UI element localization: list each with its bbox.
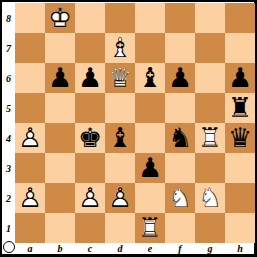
white-bishop[interactable]: ♝♗	[105, 33, 135, 63]
file-label-a: a	[15, 243, 45, 254]
square-a1[interactable]	[15, 213, 45, 243]
square-c3[interactable]	[75, 153, 105, 183]
black-pawn[interactable]: ♟	[225, 63, 255, 93]
square-d8[interactable]	[105, 3, 135, 33]
piece-glyph: ♝	[135, 63, 165, 93]
square-e1[interactable]: ♜♖	[135, 213, 165, 243]
square-b2[interactable]	[45, 183, 75, 213]
square-d7[interactable]: ♝♗	[105, 33, 135, 63]
white-rook[interactable]: ♜♖	[195, 123, 225, 153]
piece-outline: ♖	[135, 213, 165, 243]
square-b7[interactable]	[45, 33, 75, 63]
square-a8[interactable]	[15, 3, 45, 33]
square-e7[interactable]	[135, 33, 165, 63]
square-b8[interactable]: ♚♔	[45, 3, 75, 33]
piece-outline: ♘	[195, 183, 225, 213]
chess-diagram: 87654321 ♚♔♝♗♟♟♛♕♝♟♟♜♟♙♚♝♞♜♖♛♟♟♙♟♙♟♙♞♘♞♘…	[0, 0, 257, 257]
piece-outline: ♕	[105, 63, 135, 93]
black-bishop[interactable]: ♝	[135, 63, 165, 93]
square-g8[interactable]	[195, 3, 225, 33]
rank-labels: 87654321	[2, 3, 15, 243]
square-f4[interactable]: ♞	[165, 123, 195, 153]
square-b6[interactable]: ♟	[45, 63, 75, 93]
file-label-c: c	[75, 243, 105, 254]
white-king[interactable]: ♚♔	[45, 3, 75, 33]
square-f8[interactable]	[165, 3, 195, 33]
square-h8[interactable]	[225, 3, 255, 33]
piece-outline: ♔	[45, 3, 75, 33]
square-d4[interactable]: ♝	[105, 123, 135, 153]
square-c6[interactable]: ♟	[75, 63, 105, 93]
white-knight[interactable]: ♞♘	[195, 183, 225, 213]
square-c2[interactable]: ♟♙	[75, 183, 105, 213]
square-a3[interactable]	[15, 153, 45, 183]
square-d3[interactable]	[105, 153, 135, 183]
rank-label-6: 6	[2, 63, 15, 93]
square-g5[interactable]	[195, 93, 225, 123]
square-c4[interactable]: ♚	[75, 123, 105, 153]
square-g6[interactable]	[195, 63, 225, 93]
square-b5[interactable]	[45, 93, 75, 123]
black-king[interactable]: ♚	[75, 123, 105, 153]
square-h3[interactable]	[225, 153, 255, 183]
rank-label-5: 5	[2, 93, 15, 123]
piece-glyph: ♟	[225, 63, 255, 93]
square-h2[interactable]	[225, 183, 255, 213]
black-pawn[interactable]: ♟	[75, 63, 105, 93]
piece-outline: ♙	[75, 183, 105, 213]
piece-glyph: ♟	[165, 63, 195, 93]
piece-glyph: ♟	[45, 63, 75, 93]
square-c8[interactable]	[75, 3, 105, 33]
square-e5[interactable]	[135, 93, 165, 123]
square-d6[interactable]: ♛♕	[105, 63, 135, 93]
black-pawn[interactable]: ♟	[165, 63, 195, 93]
square-g7[interactable]	[195, 33, 225, 63]
piece-outline: ♙	[15, 183, 45, 213]
square-a7[interactable]	[15, 33, 45, 63]
side-to-move-indicator	[3, 241, 15, 253]
square-f1[interactable]	[165, 213, 195, 243]
black-bishop[interactable]: ♝	[105, 123, 135, 153]
black-pawn[interactable]: ♟	[45, 63, 75, 93]
rank-label-3: 3	[2, 153, 15, 183]
square-h5[interactable]: ♜	[225, 93, 255, 123]
black-knight[interactable]: ♞	[165, 123, 195, 153]
square-c1[interactable]	[75, 213, 105, 243]
square-f6[interactable]: ♟	[165, 63, 195, 93]
square-h6[interactable]: ♟	[225, 63, 255, 93]
square-b3[interactable]	[45, 153, 75, 183]
rank-label-7: 7	[2, 33, 15, 63]
square-a5[interactable]	[15, 93, 45, 123]
square-a2[interactable]: ♟♙	[15, 183, 45, 213]
piece-glyph: ♛	[225, 123, 255, 153]
piece-glyph: ♝	[105, 123, 135, 153]
square-f7[interactable]	[165, 33, 195, 63]
square-d1[interactable]	[105, 213, 135, 243]
file-label-h: h	[225, 243, 255, 254]
black-pawn[interactable]: ♟	[135, 153, 165, 183]
black-queen[interactable]: ♛	[225, 123, 255, 153]
file-label-d: d	[105, 243, 135, 254]
piece-glyph: ♞	[165, 123, 195, 153]
rank-label-8: 8	[2, 3, 15, 33]
square-d2[interactable]: ♟♙	[105, 183, 135, 213]
rank-label-1: 1	[2, 213, 15, 243]
square-g2[interactable]: ♞♘	[195, 183, 225, 213]
square-c5[interactable]	[75, 93, 105, 123]
file-labels: abcdefgh	[15, 243, 255, 254]
piece-glyph: ♚	[75, 123, 105, 153]
white-rook[interactable]: ♜♖	[135, 213, 165, 243]
chess-board: ♚♔♝♗♟♟♛♕♝♟♟♜♟♙♚♝♞♜♖♛♟♟♙♟♙♟♙♞♘♞♘♜♖	[15, 3, 255, 243]
piece-glyph: ♟	[75, 63, 105, 93]
black-rook[interactable]: ♜	[225, 93, 255, 123]
white-pawn[interactable]: ♟♙	[75, 183, 105, 213]
square-a6[interactable]	[15, 63, 45, 93]
square-c7[interactable]	[75, 33, 105, 63]
square-h1[interactable]	[225, 213, 255, 243]
file-label-f: f	[165, 243, 195, 254]
square-g3[interactable]	[195, 153, 225, 183]
piece-outline: ♙	[105, 183, 135, 213]
square-h7[interactable]	[225, 33, 255, 63]
piece-glyph: ♟	[135, 153, 165, 183]
square-d5[interactable]	[105, 93, 135, 123]
square-b4[interactable]	[45, 123, 75, 153]
piece-glyph: ♜	[225, 93, 255, 123]
square-e8[interactable]	[135, 3, 165, 33]
square-f2[interactable]: ♞♘	[165, 183, 195, 213]
piece-outline: ♗	[105, 33, 135, 63]
piece-outline: ♖	[195, 123, 225, 153]
piece-outline: ♘	[165, 183, 195, 213]
square-e4[interactable]	[135, 123, 165, 153]
square-f5[interactable]	[165, 93, 195, 123]
square-g4[interactable]: ♜♖	[195, 123, 225, 153]
square-h4[interactable]: ♛	[225, 123, 255, 153]
rank-label-4: 4	[2, 123, 15, 153]
file-label-g: g	[195, 243, 225, 254]
file-label-b: b	[45, 243, 75, 254]
square-b1[interactable]	[45, 213, 75, 243]
white-queen[interactable]: ♛♕	[105, 63, 135, 93]
rank-label-2: 2	[2, 183, 15, 213]
white-knight[interactable]: ♞♘	[165, 183, 195, 213]
square-a4[interactable]: ♟♙	[15, 123, 45, 153]
square-e6[interactable]: ♝	[135, 63, 165, 93]
white-pawn[interactable]: ♟♙	[15, 183, 45, 213]
square-f3[interactable]	[165, 153, 195, 183]
white-pawn[interactable]: ♟♙	[15, 123, 45, 153]
file-label-e: e	[135, 243, 165, 254]
square-g1[interactable]	[195, 213, 225, 243]
square-e2[interactable]	[135, 183, 165, 213]
square-e3[interactable]: ♟	[135, 153, 165, 183]
piece-outline: ♙	[15, 123, 45, 153]
white-pawn[interactable]: ♟♙	[105, 183, 135, 213]
diagram-inner: 87654321 ♚♔♝♗♟♟♛♕♝♟♟♜♟♙♚♝♞♜♖♛♟♟♙♟♙♟♙♞♘♞♘…	[2, 2, 254, 254]
